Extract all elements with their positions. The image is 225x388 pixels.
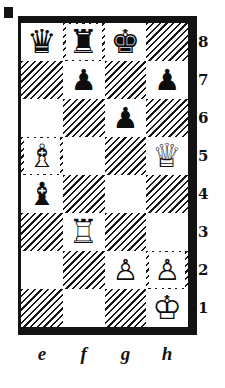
square-f7[interactable]: ♟ <box>63 61 105 99</box>
square-h1[interactable]: ♔ <box>146 289 188 327</box>
square-g2[interactable]: ♙ <box>105 251 147 289</box>
rank-label-5: 5 <box>198 137 218 175</box>
square-f2[interactable] <box>63 251 105 289</box>
file-labels: efgh <box>21 341 188 367</box>
piece-white-king[interactable]: ♔ <box>152 290 182 326</box>
square-f5[interactable] <box>63 137 105 175</box>
piece-white-rook[interactable]: ♖ <box>69 214 99 250</box>
square-g1[interactable] <box>105 289 147 327</box>
square-h6[interactable] <box>146 99 188 137</box>
piece-black-pawn[interactable]: ♟ <box>71 62 97 98</box>
square-f1[interactable] <box>63 289 105 327</box>
piece-black-rook[interactable]: ♜ <box>69 24 99 60</box>
square-h7[interactable]: ♟ <box>146 61 188 99</box>
piece-white-queen[interactable]: ♕ <box>152 138 182 174</box>
square-h5[interactable]: ♕ <box>146 137 188 175</box>
square-f4[interactable] <box>63 175 105 213</box>
square-e3[interactable] <box>21 213 63 251</box>
square-e8[interactable]: ♛ <box>21 23 63 61</box>
square-e1[interactable] <box>21 289 63 327</box>
piece-black-pawn[interactable]: ♟ <box>154 62 180 98</box>
square-g6[interactable]: ♟ <box>105 99 147 137</box>
file-label-f: f <box>63 341 105 367</box>
square-f3[interactable]: ♖ <box>63 213 105 251</box>
square-e6[interactable] <box>21 99 63 137</box>
rank-label-8: 8 <box>198 23 218 61</box>
square-h2[interactable]: ♙ <box>146 251 188 289</box>
piece-white-pawn[interactable]: ♙ <box>112 252 138 288</box>
page: ♛♜♚♟♟♟♗♕♝♖♙♙♔ 87654321 efgh <box>0 0 225 388</box>
square-h8[interactable] <box>146 23 188 61</box>
piece-black-queen[interactable]: ♛ <box>27 24 57 60</box>
square-g3[interactable] <box>105 213 147 251</box>
square-f6[interactable] <box>63 99 105 137</box>
square-g4[interactable] <box>105 175 147 213</box>
chess-diagram: ♛♜♚♟♟♟♗♕♝♖♙♙♔ 87654321 efgh <box>0 0 225 388</box>
square-g7[interactable] <box>105 61 147 99</box>
square-h3[interactable] <box>146 213 188 251</box>
square-f8[interactable]: ♜ <box>63 23 105 61</box>
square-e4[interactable]: ♝ <box>21 175 63 213</box>
rank-label-4: 4 <box>198 175 218 213</box>
piece-black-pawn[interactable]: ♟ <box>112 100 138 136</box>
piece-black-king[interactable]: ♚ <box>111 24 141 60</box>
board-frame: ♛♜♚♟♟♟♗♕♝♖♙♙♔ <box>18 16 197 335</box>
file-label-h: h <box>146 341 188 367</box>
square-e7[interactable] <box>21 61 63 99</box>
rank-label-3: 3 <box>198 213 218 251</box>
square-g8[interactable]: ♚ <box>105 23 147 61</box>
rank-label-7: 7 <box>198 61 218 99</box>
square-e2[interactable] <box>21 251 63 289</box>
piece-black-bishop[interactable]: ♝ <box>28 176 57 212</box>
file-label-g: g <box>105 341 147 367</box>
square-e5[interactable]: ♗ <box>21 137 63 175</box>
square-g5[interactable] <box>105 137 147 175</box>
file-label-e: e <box>21 341 63 367</box>
square-h4[interactable] <box>146 175 188 213</box>
rank-label-2: 2 <box>198 251 218 289</box>
rank-label-1: 1 <box>198 289 218 327</box>
chess-board: ♛♜♚♟♟♟♗♕♝♖♙♙♔ <box>21 23 188 327</box>
piece-white-bishop[interactable]: ♗ <box>28 138 57 174</box>
rank-label-6: 6 <box>198 99 218 137</box>
piece-white-pawn[interactable]: ♙ <box>154 252 180 288</box>
rank-labels: 87654321 <box>198 23 218 327</box>
